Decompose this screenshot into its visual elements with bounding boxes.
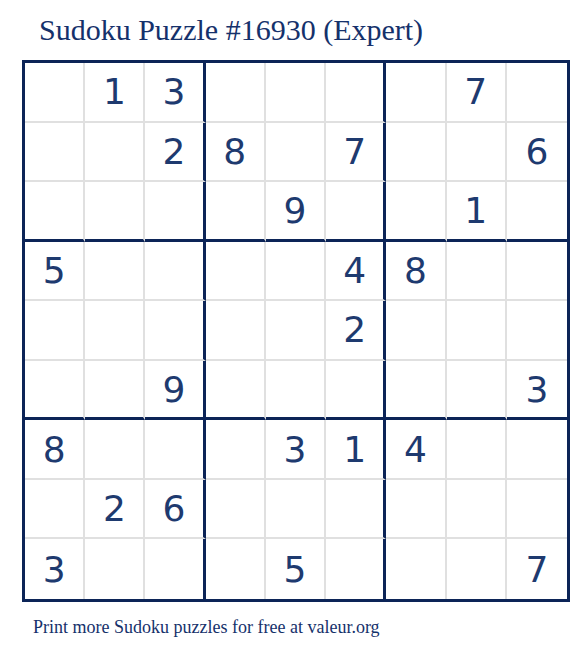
cell-r4c5[interactable] xyxy=(266,242,326,302)
cell-r8c9[interactable] xyxy=(507,480,567,540)
cell-r5c8[interactable] xyxy=(447,301,507,361)
cell-r2c1[interactable] xyxy=(25,123,85,183)
cell-r4c4[interactable] xyxy=(206,242,266,302)
cell-r5c4[interactable] xyxy=(206,301,266,361)
cell-r2c5[interactable] xyxy=(266,123,326,183)
cell-r8c4[interactable] xyxy=(206,480,266,540)
cell-r6c7[interactable] xyxy=(386,361,446,421)
cell-r7c4[interactable] xyxy=(206,420,266,480)
cell-r8c8[interactable] xyxy=(447,480,507,540)
cell-r2c9[interactable]: 6 xyxy=(507,123,567,183)
cell-r9c7[interactable] xyxy=(386,539,446,599)
cell-r1c9[interactable] xyxy=(507,63,567,123)
cell-r3c6[interactable] xyxy=(326,182,386,242)
cell-r3c3[interactable] xyxy=(145,182,205,242)
cell-r1c2[interactable]: 1 xyxy=(85,63,145,123)
cell-r8c1[interactable] xyxy=(25,480,85,540)
cell-r1c5[interactable] xyxy=(266,63,326,123)
cell-r2c7[interactable] xyxy=(386,123,446,183)
cell-r9c8[interactable] xyxy=(447,539,507,599)
cell-r7c3[interactable] xyxy=(145,420,205,480)
cell-r3c8[interactable]: 1 xyxy=(447,182,507,242)
cell-r5c3[interactable] xyxy=(145,301,205,361)
cell-r4c7[interactable]: 8 xyxy=(386,242,446,302)
cell-r5c6[interactable]: 2 xyxy=(326,301,386,361)
cell-r9c1[interactable]: 3 xyxy=(25,539,85,599)
cell-r4c2[interactable] xyxy=(85,242,145,302)
cell-r2c3[interactable]: 2 xyxy=(145,123,205,183)
cell-r9c5[interactable]: 5 xyxy=(266,539,326,599)
cell-r5c9[interactable] xyxy=(507,301,567,361)
cell-r7c2[interactable] xyxy=(85,420,145,480)
cell-r2c6[interactable]: 7 xyxy=(326,123,386,183)
cell-r1c6[interactable] xyxy=(326,63,386,123)
cell-r8c5[interactable] xyxy=(266,480,326,540)
cell-r1c7[interactable] xyxy=(386,63,446,123)
cell-r5c1[interactable] xyxy=(25,301,85,361)
puzzle-title: Sudoku Puzzle #16930 (Expert) xyxy=(39,10,423,50)
cell-r9c4[interactable] xyxy=(206,539,266,599)
cell-r3c4[interactable] xyxy=(206,182,266,242)
sudoku-page: Sudoku Puzzle #16930 (Expert) 1372876915… xyxy=(0,0,580,651)
cell-r7c5[interactable]: 3 xyxy=(266,420,326,480)
cell-r6c4[interactable] xyxy=(206,361,266,421)
cell-r5c7[interactable] xyxy=(386,301,446,361)
cell-r5c5[interactable] xyxy=(266,301,326,361)
cell-r6c2[interactable] xyxy=(85,361,145,421)
cell-r8c3[interactable]: 6 xyxy=(145,480,205,540)
cell-r3c7[interactable] xyxy=(386,182,446,242)
footer-text: Print more Sudoku puzzles for free at va… xyxy=(33,615,380,639)
cell-r4c9[interactable] xyxy=(507,242,567,302)
cell-r8c7[interactable] xyxy=(386,480,446,540)
cell-r9c6[interactable] xyxy=(326,539,386,599)
cell-r1c3[interactable]: 3 xyxy=(145,63,205,123)
cell-r1c4[interactable] xyxy=(206,63,266,123)
cell-r8c2[interactable]: 2 xyxy=(85,480,145,540)
cell-r9c9[interactable]: 7 xyxy=(507,539,567,599)
cell-r7c9[interactable] xyxy=(507,420,567,480)
cell-r6c8[interactable] xyxy=(447,361,507,421)
cell-r1c1[interactable] xyxy=(25,63,85,123)
cell-r4c6[interactable]: 4 xyxy=(326,242,386,302)
cell-r2c4[interactable]: 8 xyxy=(206,123,266,183)
cell-r3c1[interactable] xyxy=(25,182,85,242)
cell-r3c9[interactable] xyxy=(507,182,567,242)
cell-r7c6[interactable]: 1 xyxy=(326,420,386,480)
cell-r7c8[interactable] xyxy=(447,420,507,480)
cell-r2c2[interactable] xyxy=(85,123,145,183)
cell-r6c6[interactable] xyxy=(326,361,386,421)
cell-r9c2[interactable] xyxy=(85,539,145,599)
cell-r2c8[interactable] xyxy=(447,123,507,183)
cell-r8c6[interactable] xyxy=(326,480,386,540)
cell-r9c3[interactable] xyxy=(145,539,205,599)
cell-r5c2[interactable] xyxy=(85,301,145,361)
cell-r4c8[interactable] xyxy=(447,242,507,302)
cell-r3c5[interactable]: 9 xyxy=(266,182,326,242)
cell-r6c3[interactable]: 9 xyxy=(145,361,205,421)
cell-r1c8[interactable]: 7 xyxy=(447,63,507,123)
cell-r7c1[interactable]: 8 xyxy=(25,420,85,480)
cell-r7c7[interactable]: 4 xyxy=(386,420,446,480)
cell-r6c5[interactable] xyxy=(266,361,326,421)
cell-r6c1[interactable] xyxy=(25,361,85,421)
cell-r3c2[interactable] xyxy=(85,182,145,242)
cell-r6c9[interactable]: 3 xyxy=(507,361,567,421)
sudoku-grid: 137287691548293831426357 xyxy=(22,60,570,602)
cell-r4c3[interactable] xyxy=(145,242,205,302)
cell-r4c1[interactable]: 5 xyxy=(25,242,85,302)
